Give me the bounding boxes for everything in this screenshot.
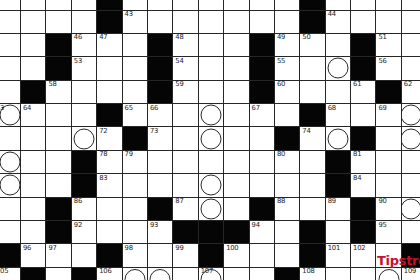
- cell: [72, 104, 97, 127]
- cell: 105: [0, 268, 21, 280]
- cell: [402, 151, 420, 174]
- clue-number: 55: [277, 58, 285, 65]
- cell: [21, 127, 46, 150]
- black-cell: [300, 11, 325, 34]
- black-cell: [97, 244, 122, 267]
- cell: [250, 174, 275, 197]
- cell: [275, 174, 300, 197]
- cell: [148, 151, 173, 174]
- cell: [224, 81, 249, 104]
- cell: [300, 81, 325, 104]
- circled-cell: [123, 268, 148, 280]
- cell: [21, 198, 46, 221]
- cell: [199, 151, 224, 174]
- cell: [21, 174, 46, 197]
- clue-number: 101: [328, 245, 340, 252]
- circle-mark: [73, 128, 94, 149]
- clue-number: 43: [125, 11, 133, 18]
- clue-number: 60: [277, 81, 285, 88]
- cell: [97, 221, 122, 244]
- cell: [21, 57, 46, 80]
- crossword-grid: 4344464748495051535455565859606162636465…: [0, 0, 420, 280]
- black-cell: [148, 198, 173, 221]
- cell: [199, 0, 224, 11]
- circled-cell: 107: [199, 268, 224, 280]
- cell: [326, 34, 351, 57]
- cell: 83: [97, 174, 122, 197]
- cell: 59: [173, 81, 198, 104]
- circled-cell: 63: [0, 104, 21, 127]
- clue-number: 106: [99, 268, 111, 275]
- clue-number: 95: [378, 222, 386, 229]
- cell: 51: [376, 34, 401, 57]
- cell: [123, 34, 148, 57]
- cell: 61: [351, 81, 376, 104]
- cell: [0, 0, 21, 11]
- cell: 108: [300, 268, 325, 280]
- cell: [402, 57, 420, 80]
- black-cell: [148, 81, 173, 104]
- cell: [326, 268, 351, 280]
- cell: [402, 11, 420, 34]
- cell: [46, 0, 71, 11]
- clue-number: 49: [277, 34, 285, 41]
- cell: [275, 104, 300, 127]
- cell: [275, 244, 300, 267]
- cell: [351, 0, 376, 11]
- black-cell: [300, 0, 325, 11]
- cell: [123, 81, 148, 104]
- cell: 92: [72, 221, 97, 244]
- black-cell: [97, 0, 122, 11]
- clue-number: 50: [302, 34, 310, 41]
- cell: [275, 11, 300, 34]
- cell: [173, 151, 198, 174]
- cell: [376, 0, 401, 11]
- cell: [402, 0, 420, 11]
- circle-mark: [124, 269, 145, 280]
- cell: 99: [173, 244, 198, 267]
- cell: 87: [173, 198, 198, 221]
- cell: [275, 0, 300, 11]
- circle-mark: [0, 105, 21, 126]
- clue-number: 90: [378, 198, 386, 205]
- cell: 53: [72, 57, 97, 80]
- clue-number: 102: [353, 245, 365, 252]
- clue-number: 89: [328, 198, 336, 205]
- cell: [21, 11, 46, 34]
- cell: [97, 198, 122, 221]
- cell: [199, 34, 224, 57]
- cell: [224, 0, 249, 11]
- cell: [376, 151, 401, 174]
- black-cell: [250, 198, 275, 221]
- black-cell: [351, 198, 376, 221]
- cell: [326, 81, 351, 104]
- cell: [173, 0, 198, 11]
- cell: [402, 34, 420, 57]
- black-cell: [300, 104, 325, 127]
- black-cell: [300, 244, 325, 267]
- black-cell: [376, 81, 401, 104]
- cell: [123, 0, 148, 11]
- cell: 69: [376, 104, 401, 127]
- cell: 96: [21, 244, 46, 267]
- clue-number: 46: [74, 34, 82, 41]
- clue-number: 51: [378, 34, 386, 41]
- cell: 62: [402, 81, 420, 104]
- black-cell: [72, 268, 97, 280]
- cell: 84: [351, 174, 376, 197]
- clue-number: 109: [404, 268, 416, 275]
- cell: [250, 244, 275, 267]
- circle-mark: [0, 175, 21, 196]
- circle-mark: [378, 269, 399, 280]
- circled-cell: [0, 174, 21, 197]
- black-cell: [300, 221, 325, 244]
- black-cell: [224, 221, 249, 244]
- cell: 67: [250, 104, 275, 127]
- cell: [300, 151, 325, 174]
- cell: [224, 127, 249, 150]
- black-cell: [351, 221, 376, 244]
- cell: [224, 104, 249, 127]
- clue-number: 88: [277, 198, 285, 205]
- circled-cell: [199, 174, 224, 197]
- cell: 65: [123, 104, 148, 127]
- black-cell: [46, 34, 71, 57]
- circle-mark: [200, 269, 221, 280]
- black-cell: [123, 127, 148, 150]
- cell: [173, 127, 198, 150]
- cell: 73: [148, 127, 173, 150]
- black-cell: [0, 244, 21, 267]
- cell: [173, 268, 198, 280]
- cell: [250, 11, 275, 34]
- clue-number: 56: [378, 58, 386, 65]
- black-cell: [97, 104, 122, 127]
- watermark: Tipstren: [377, 253, 420, 268]
- cell: 94: [250, 221, 275, 244]
- circle-mark: [200, 105, 221, 126]
- cell: 95: [376, 221, 401, 244]
- clue-number: 54: [175, 58, 183, 65]
- cell: 55: [275, 57, 300, 80]
- cell: [351, 104, 376, 127]
- black-cell: [148, 34, 173, 57]
- clue-number: 93: [150, 222, 158, 229]
- cell: [300, 174, 325, 197]
- cell: [46, 151, 71, 174]
- cell: [123, 174, 148, 197]
- cell: [199, 11, 224, 34]
- clue-number: 79: [125, 151, 133, 158]
- circled-cell: [402, 104, 420, 127]
- cell: [326, 221, 351, 244]
- cell: [0, 127, 21, 150]
- black-cell: [275, 127, 300, 150]
- cell: 46: [72, 34, 97, 57]
- cell: [46, 127, 71, 150]
- cell: [21, 0, 46, 11]
- black-cell: [21, 268, 46, 280]
- cell: [148, 11, 173, 34]
- cell: [46, 11, 71, 34]
- clue-number: 84: [353, 175, 361, 182]
- black-cell: [275, 268, 300, 280]
- circled-cell: [199, 127, 224, 150]
- cell: [0, 198, 21, 221]
- cell: [224, 34, 249, 57]
- circled-cell: [199, 104, 224, 127]
- cell: [148, 174, 173, 197]
- cell: [72, 0, 97, 11]
- black-cell: [97, 11, 122, 34]
- clue-number: 68: [328, 105, 336, 112]
- circle-mark: [402, 198, 420, 219]
- clue-number: 47: [99, 34, 107, 41]
- clue-number: 73: [150, 128, 158, 135]
- cell: [376, 174, 401, 197]
- cell: [173, 104, 198, 127]
- clue-number: 81: [353, 151, 361, 158]
- cell: 81: [351, 151, 376, 174]
- circled-cell: [402, 198, 420, 221]
- clue-number: 69: [378, 105, 386, 112]
- cell: 100: [224, 244, 249, 267]
- cell: [224, 198, 249, 221]
- cell: 78: [97, 151, 122, 174]
- cell: 50: [300, 34, 325, 57]
- black-cell: [351, 127, 376, 150]
- cell: 86: [72, 198, 97, 221]
- circle-mark: [150, 269, 171, 280]
- circled-cell: [376, 268, 401, 280]
- clue-number: 83: [99, 175, 107, 182]
- cell: 68: [326, 104, 351, 127]
- cell: 64: [21, 104, 46, 127]
- cell: [224, 11, 249, 34]
- clue-number: 53: [74, 58, 82, 65]
- cell: 47: [97, 34, 122, 57]
- cell: [376, 127, 401, 150]
- cell: 44: [326, 11, 351, 34]
- cell: [97, 81, 122, 104]
- circle-mark: [402, 128, 420, 149]
- cell: 109: [402, 268, 420, 280]
- cell: [0, 34, 21, 57]
- cell: [46, 104, 71, 127]
- circle-mark: [200, 175, 221, 196]
- cell: [148, 0, 173, 11]
- cell: [21, 151, 46, 174]
- black-cell: [326, 174, 351, 197]
- black-cell: [250, 34, 275, 57]
- cell: 102: [351, 244, 376, 267]
- cell: 43: [123, 11, 148, 34]
- clue-number: 48: [175, 34, 183, 41]
- cell: 48: [173, 34, 198, 57]
- black-cell: [199, 221, 224, 244]
- black-cell: [72, 174, 97, 197]
- clue-number: 66: [150, 105, 158, 112]
- clue-number: 62: [404, 81, 412, 88]
- clue-number: 80: [277, 151, 285, 158]
- cell: [46, 174, 71, 197]
- cell: [46, 268, 71, 280]
- cell: [199, 81, 224, 104]
- cell: 56: [376, 57, 401, 80]
- cell: [402, 174, 420, 197]
- black-cell: [46, 221, 71, 244]
- cell: 80: [275, 151, 300, 174]
- clue-number: 58: [48, 81, 56, 88]
- cell: [72, 244, 97, 267]
- clue-number: 96: [23, 245, 31, 252]
- cell: [123, 57, 148, 80]
- circle-mark: [0, 152, 21, 173]
- circle-mark: [327, 128, 348, 149]
- circled-cell: [199, 198, 224, 221]
- cell: [199, 57, 224, 80]
- clue-number: 72: [99, 128, 107, 135]
- cell: 97: [46, 244, 71, 267]
- black-cell: [148, 57, 173, 80]
- clue-number: 61: [353, 81, 361, 88]
- clue-number: 92: [74, 222, 82, 229]
- cell: 88: [275, 198, 300, 221]
- cell: [148, 244, 173, 267]
- cell: 66: [148, 104, 173, 127]
- cell: [250, 0, 275, 11]
- cell: 106: [97, 268, 122, 280]
- cell: 101: [326, 244, 351, 267]
- cell: [123, 221, 148, 244]
- clue-number: 98: [125, 245, 133, 252]
- cell: 49: [275, 34, 300, 57]
- cell: 60: [275, 81, 300, 104]
- cell: 54: [173, 57, 198, 80]
- clue-number: 100: [226, 245, 238, 252]
- black-cell: [199, 244, 224, 267]
- crossword-screenshot: 4344464748495051535455565859606162636465…: [0, 0, 420, 280]
- black-cell: [250, 57, 275, 80]
- cell: [21, 221, 46, 244]
- cell: [351, 11, 376, 34]
- clue-number: 86: [74, 198, 82, 205]
- circled-cell: [0, 151, 21, 174]
- cell: [0, 81, 21, 104]
- black-cell: [250, 81, 275, 104]
- cell: 79: [123, 151, 148, 174]
- cell: [224, 174, 249, 197]
- circled-cell: [402, 127, 420, 150]
- cell: 74: [300, 127, 325, 150]
- cell: [123, 198, 148, 221]
- circled-cell: [148, 268, 173, 280]
- cell: 72: [97, 127, 122, 150]
- cell: 89: [326, 198, 351, 221]
- cell: [300, 198, 325, 221]
- cell: [250, 127, 275, 150]
- circle-mark: [402, 105, 420, 126]
- clue-number: 99: [175, 245, 183, 252]
- cell: [224, 57, 249, 80]
- cell: [0, 11, 21, 34]
- cell: [300, 57, 325, 80]
- cell: [0, 221, 21, 244]
- cell: [250, 268, 275, 280]
- cell: [250, 151, 275, 174]
- clue-number: 78: [99, 151, 107, 158]
- circled-cell: [326, 127, 351, 150]
- black-cell: [351, 34, 376, 57]
- cell: [224, 151, 249, 174]
- clue-number: 74: [302, 128, 310, 135]
- circle-mark: [200, 198, 221, 219]
- clue-number: 87: [175, 198, 183, 205]
- clue-number: 97: [48, 245, 56, 252]
- clue-number: 64: [23, 105, 31, 112]
- cell: [97, 57, 122, 80]
- cell: [173, 174, 198, 197]
- clue-number: 105: [0, 268, 8, 275]
- cell: 98: [123, 244, 148, 267]
- cell: [224, 268, 249, 280]
- circled-cell: [72, 127, 97, 150]
- black-cell: [173, 221, 198, 244]
- black-cell: [351, 57, 376, 80]
- clue-number: 44: [328, 11, 336, 18]
- cell: 93: [148, 221, 173, 244]
- cell: [173, 11, 198, 34]
- cell: [351, 268, 376, 280]
- circle-mark: [200, 128, 221, 149]
- clue-number: 94: [252, 222, 260, 229]
- clue-number: 59: [175, 81, 183, 88]
- black-cell: [46, 198, 71, 221]
- clue-number: 108: [302, 268, 314, 275]
- clue-number: 65: [125, 105, 133, 112]
- cell: [72, 81, 97, 104]
- cell: [326, 0, 351, 11]
- cell: [21, 34, 46, 57]
- black-cell: [72, 151, 97, 174]
- cell: [0, 57, 21, 80]
- circle-mark: [327, 58, 348, 79]
- cell: [275, 221, 300, 244]
- clue-number: 67: [252, 105, 260, 112]
- cell: [72, 11, 97, 34]
- cell: [376, 11, 401, 34]
- cell: 58: [46, 81, 71, 104]
- cell: [402, 221, 420, 244]
- black-cell: [21, 81, 46, 104]
- black-cell: [326, 151, 351, 174]
- cell: 90: [376, 198, 401, 221]
- circled-cell: [326, 57, 351, 80]
- black-cell: [46, 57, 71, 80]
